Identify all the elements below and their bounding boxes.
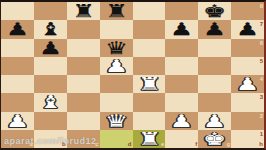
square-c1[interactable]: c <box>67 130 100 148</box>
square-e2[interactable] <box>133 112 166 130</box>
chess-board: ♜♜♚8♟♝♟♟♟7♟♛6♟5♜♟4♝3♟♛♟♟2abcd♜ef♚g1h <box>1 2 264 148</box>
square-g7[interactable]: ♟ <box>198 20 231 38</box>
rank-label-1: 1 <box>260 131 263 137</box>
square-e1[interactable]: ♜e <box>133 130 166 148</box>
square-h1[interactable]: 1h <box>231 130 264 148</box>
square-f1[interactable]: f <box>165 130 198 148</box>
square-a3[interactable] <box>1 93 34 111</box>
square-b2[interactable] <box>34 112 67 130</box>
file-label-h: h <box>259 141 263 147</box>
white-pawn[interactable]: ♟ <box>225 76 266 93</box>
square-f4[interactable] <box>165 75 198 93</box>
square-b4[interactable] <box>34 75 67 93</box>
square-h5[interactable]: 5 <box>231 57 264 75</box>
square-f3[interactable] <box>165 93 198 111</box>
square-g5[interactable] <box>198 57 231 75</box>
square-f2[interactable]: ♟ <box>165 112 198 130</box>
square-g6[interactable] <box>198 39 231 57</box>
square-b6[interactable]: ♟ <box>34 39 67 57</box>
rank-label-7: 7 <box>260 21 263 27</box>
square-a8[interactable] <box>1 2 34 20</box>
square-f5[interactable] <box>165 57 198 75</box>
square-d8[interactable]: ♜ <box>100 2 133 20</box>
black-pawn[interactable]: ♟ <box>225 21 266 38</box>
square-g4[interactable] <box>198 75 231 93</box>
rank-label-6: 6 <box>260 40 263 46</box>
file-label-d: d <box>128 141 132 147</box>
square-b8[interactable] <box>34 2 67 20</box>
square-a2[interactable]: ♟ <box>1 112 34 130</box>
square-d6[interactable]: ♛ <box>100 39 133 57</box>
square-d4[interactable] <box>100 75 133 93</box>
rank-label-3: 3 <box>260 94 263 100</box>
square-b3[interactable]: ♝ <box>34 93 67 111</box>
square-f6[interactable] <box>165 39 198 57</box>
file-label-e: e <box>161 141 164 147</box>
square-d2[interactable]: ♛ <box>100 112 133 130</box>
square-d5[interactable]: ♟ <box>100 57 133 75</box>
square-b1[interactable]: b <box>34 130 67 148</box>
square-d7[interactable] <box>100 20 133 38</box>
square-d3[interactable] <box>100 93 133 111</box>
square-g1[interactable]: ♚g <box>198 130 231 148</box>
square-e7[interactable] <box>133 20 166 38</box>
square-g8[interactable]: ♚ <box>198 2 231 20</box>
square-h8[interactable]: 8 <box>231 2 264 20</box>
file-label-g: g <box>226 141 230 147</box>
square-c8[interactable]: ♜ <box>67 2 100 20</box>
square-a5[interactable] <box>1 57 34 75</box>
square-a6[interactable] <box>1 39 34 57</box>
square-d1[interactable]: d <box>100 130 133 148</box>
square-e5[interactable] <box>133 57 166 75</box>
square-a4[interactable] <box>1 75 34 93</box>
square-h2[interactable]: 2 <box>231 112 264 130</box>
square-h7[interactable]: ♟7 <box>231 20 264 38</box>
square-c4[interactable] <box>67 75 100 93</box>
rank-label-4: 4 <box>260 76 263 82</box>
square-e8[interactable] <box>133 2 166 20</box>
square-c3[interactable] <box>67 93 100 111</box>
chess-app-frame: ♜♜♚8♟♝♟♟♟7♟♛6♟5♜♟4♝3♟♛♟♟2abcd♜ef♚g1h apa… <box>0 0 266 150</box>
square-h3[interactable]: 3 <box>231 93 264 111</box>
square-f8[interactable] <box>165 2 198 20</box>
square-e4[interactable]: ♜ <box>133 75 166 93</box>
square-a1[interactable]: a <box>1 130 34 148</box>
square-b7[interactable]: ♝ <box>34 20 67 38</box>
square-b5[interactable] <box>34 57 67 75</box>
file-label-f: f <box>195 141 197 147</box>
square-e3[interactable] <box>133 93 166 111</box>
square-g3[interactable] <box>198 93 231 111</box>
square-c5[interactable] <box>67 57 100 75</box>
square-f7[interactable]: ♟ <box>165 20 198 38</box>
square-c6[interactable] <box>67 39 100 57</box>
square-c2[interactable] <box>67 112 100 130</box>
square-g2[interactable]: ♟ <box>198 112 231 130</box>
square-c7[interactable] <box>67 20 100 38</box>
square-a7[interactable]: ♟ <box>1 20 34 38</box>
file-label-a: a <box>30 141 33 147</box>
file-label-b: b <box>62 141 66 147</box>
square-h4[interactable]: ♟4 <box>231 75 264 93</box>
square-h6[interactable]: 6 <box>231 39 264 57</box>
square-e6[interactable] <box>133 39 166 57</box>
rank-label-5: 5 <box>260 58 263 64</box>
file-label-c: c <box>95 141 98 147</box>
rank-label-8: 8 <box>260 3 263 9</box>
rank-label-2: 2 <box>260 113 263 119</box>
